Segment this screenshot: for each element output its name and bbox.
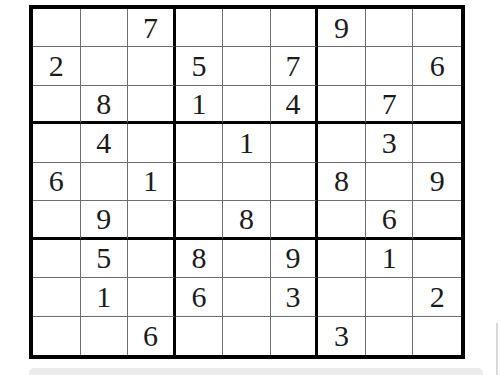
cell-r5c1: 6 bbox=[33, 163, 81, 201]
cell-r4c4[interactable] bbox=[176, 124, 224, 162]
cell-r1c3: 7 bbox=[128, 9, 176, 47]
cell-r6c2: 9 bbox=[81, 201, 129, 239]
element-below-edge bbox=[29, 368, 483, 375]
right-edge-line bbox=[496, 323, 498, 375]
cell-r7c5[interactable] bbox=[223, 240, 271, 278]
cell-r3c6: 4 bbox=[271, 86, 319, 124]
cell-r6c9[interactable] bbox=[413, 201, 461, 239]
cell-r6c5: 8 bbox=[223, 201, 271, 239]
cell-r6c3[interactable] bbox=[128, 201, 176, 239]
cell-r9c2[interactable] bbox=[81, 317, 129, 355]
cell-r4c2: 4 bbox=[81, 124, 129, 162]
cell-r3c5[interactable] bbox=[223, 86, 271, 124]
cell-r6c6[interactable] bbox=[271, 201, 319, 239]
cell-r1c4[interactable] bbox=[176, 9, 224, 47]
cell-r5c4[interactable] bbox=[176, 163, 224, 201]
cell-r9c4[interactable] bbox=[176, 317, 224, 355]
cell-r4c9[interactable] bbox=[413, 124, 461, 162]
cell-r3c7[interactable] bbox=[318, 86, 366, 124]
sudoku-board: 792576814741361899865891163263 bbox=[29, 5, 465, 359]
cell-r3c2: 8 bbox=[81, 86, 129, 124]
cell-r1c1[interactable] bbox=[33, 9, 81, 47]
cell-r1c9[interactable] bbox=[413, 9, 461, 47]
cell-r9c6[interactable] bbox=[271, 317, 319, 355]
cell-r9c3: 6 bbox=[128, 317, 176, 355]
cell-r7c1[interactable] bbox=[33, 240, 81, 278]
cell-r8c4: 6 bbox=[176, 278, 224, 316]
cell-r3c4: 1 bbox=[176, 86, 224, 124]
cell-r5c5[interactable] bbox=[223, 163, 271, 201]
cell-r2c2[interactable] bbox=[81, 47, 129, 85]
cell-r5c8[interactable] bbox=[366, 163, 414, 201]
cell-r2c1: 2 bbox=[33, 47, 81, 85]
cell-r3c9[interactable] bbox=[413, 86, 461, 124]
cell-r4c1[interactable] bbox=[33, 124, 81, 162]
cell-r1c7: 9 bbox=[318, 9, 366, 47]
cell-r7c2: 5 bbox=[81, 240, 129, 278]
cell-r9c1[interactable] bbox=[33, 317, 81, 355]
cell-r8c2: 1 bbox=[81, 278, 129, 316]
cell-r7c4: 8 bbox=[176, 240, 224, 278]
cell-r2c4: 5 bbox=[176, 47, 224, 85]
cell-r6c1[interactable] bbox=[33, 201, 81, 239]
cell-r6c7[interactable] bbox=[318, 201, 366, 239]
cell-r5c6[interactable] bbox=[271, 163, 319, 201]
cell-r8c3[interactable] bbox=[128, 278, 176, 316]
cell-r2c8[interactable] bbox=[366, 47, 414, 85]
cell-r5c9: 9 bbox=[413, 163, 461, 201]
cell-r7c9[interactable] bbox=[413, 240, 461, 278]
cell-r3c8: 7 bbox=[366, 86, 414, 124]
cell-r4c6[interactable] bbox=[271, 124, 319, 162]
cell-r3c3[interactable] bbox=[128, 86, 176, 124]
cell-r8c9: 2 bbox=[413, 278, 461, 316]
cell-r4c7[interactable] bbox=[318, 124, 366, 162]
cell-r9c7: 3 bbox=[318, 317, 366, 355]
cell-r4c8: 3 bbox=[366, 124, 414, 162]
cell-r1c2[interactable] bbox=[81, 9, 129, 47]
cell-r8c5[interactable] bbox=[223, 278, 271, 316]
cell-r8c6: 3 bbox=[271, 278, 319, 316]
cell-r1c5[interactable] bbox=[223, 9, 271, 47]
cell-r3c1[interactable] bbox=[33, 86, 81, 124]
cell-r7c6: 9 bbox=[271, 240, 319, 278]
cell-r8c1[interactable] bbox=[33, 278, 81, 316]
cell-r2c5[interactable] bbox=[223, 47, 271, 85]
cell-r2c3[interactable] bbox=[128, 47, 176, 85]
cell-r4c3[interactable] bbox=[128, 124, 176, 162]
cell-r1c6[interactable] bbox=[271, 9, 319, 47]
cell-r7c7[interactable] bbox=[318, 240, 366, 278]
cell-r5c3: 1 bbox=[128, 163, 176, 201]
cell-r5c7: 8 bbox=[318, 163, 366, 201]
cell-r7c3[interactable] bbox=[128, 240, 176, 278]
cell-r9c5[interactable] bbox=[223, 317, 271, 355]
cell-r6c8: 6 bbox=[366, 201, 414, 239]
cell-r9c8[interactable] bbox=[366, 317, 414, 355]
cell-r8c8[interactable] bbox=[366, 278, 414, 316]
cell-r2c6: 7 bbox=[271, 47, 319, 85]
cell-r2c7[interactable] bbox=[318, 47, 366, 85]
cell-r8c7[interactable] bbox=[318, 278, 366, 316]
cell-r4c5: 1 bbox=[223, 124, 271, 162]
cell-r7c8: 1 bbox=[366, 240, 414, 278]
cell-r2c9: 6 bbox=[413, 47, 461, 85]
cell-r1c8[interactable] bbox=[366, 9, 414, 47]
cell-r5c2[interactable] bbox=[81, 163, 129, 201]
cell-r9c9[interactable] bbox=[413, 317, 461, 355]
cell-r6c4[interactable] bbox=[176, 201, 224, 239]
